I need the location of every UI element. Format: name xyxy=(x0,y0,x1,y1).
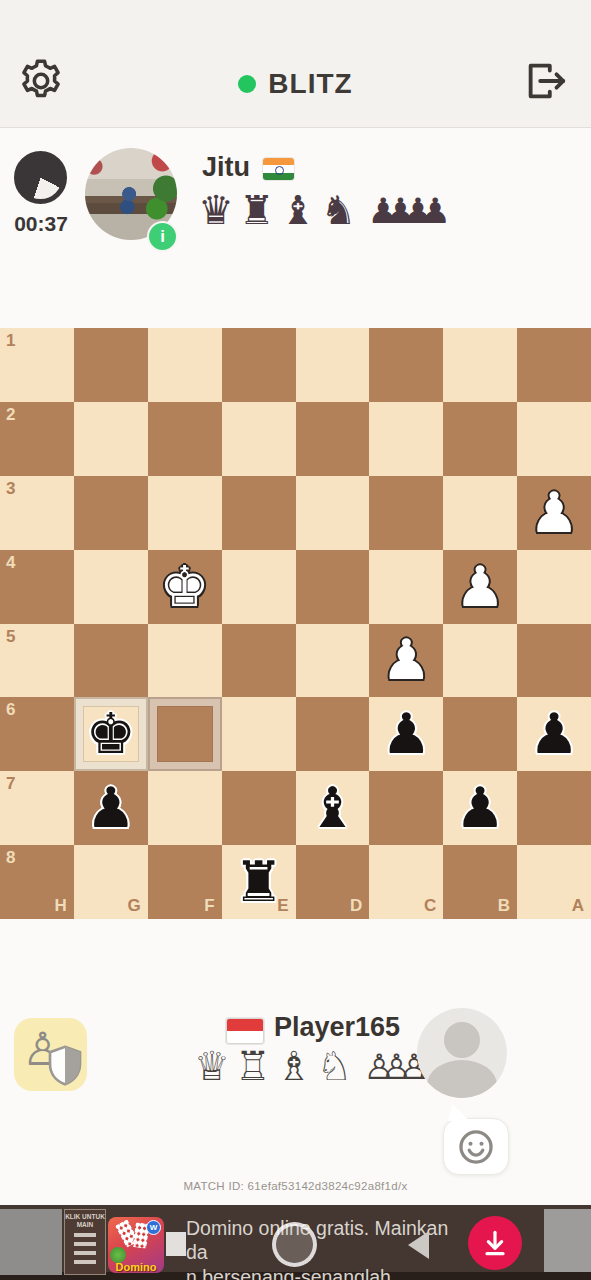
ad-play-triangle-icon[interactable] xyxy=(408,1231,429,1259)
piece-shield-badge[interactable]: ♙ xyxy=(14,1018,87,1091)
square-g5[interactable] xyxy=(74,624,148,698)
player-avatar-placeholder[interactable] xyxy=(417,1008,507,1098)
file-label-e: E xyxy=(277,896,288,916)
piece-wP-b4: ♟ xyxy=(455,559,505,615)
square-f1[interactable] xyxy=(148,328,222,402)
square-a2[interactable] xyxy=(517,402,591,476)
india-flag-icon xyxy=(263,158,294,180)
file-label-b: B xyxy=(498,896,510,916)
emoji-chat-button[interactable] xyxy=(443,1118,509,1175)
rank-label-2: 2 xyxy=(6,405,15,425)
captured-pawn-cluster: ♟♟♟♟ xyxy=(367,188,451,234)
rank-label-7: 7 xyxy=(6,774,15,794)
square-a7[interactable] xyxy=(517,771,591,845)
square-h4[interactable]: 4 xyxy=(0,550,74,624)
indonesia-flag-icon xyxy=(226,1018,264,1044)
square-b2[interactable] xyxy=(443,402,517,476)
piece-wP-a3: ♟ xyxy=(529,485,579,541)
ad-record-circle xyxy=(272,1222,317,1267)
bubble-tail xyxy=(448,1104,472,1121)
square-f2[interactable] xyxy=(148,402,222,476)
square-h2[interactable]: 2 xyxy=(0,402,74,476)
player-name: Player165 xyxy=(274,1012,400,1043)
square-g8[interactable]: G xyxy=(74,845,148,919)
square-f3[interactable] xyxy=(148,476,222,550)
ad-overlay-square xyxy=(166,1232,186,1256)
square-c7[interactable] xyxy=(369,771,443,845)
square-g6[interactable]: ♚ xyxy=(74,697,148,771)
square-b8[interactable]: B xyxy=(443,845,517,919)
square-b1[interactable] xyxy=(443,328,517,402)
square-h6[interactable]: 6 xyxy=(0,697,74,771)
square-h7[interactable]: 7 xyxy=(0,771,74,845)
captured-knight-icon: ♘ xyxy=(317,1042,353,1090)
square-a3[interactable]: ♟ xyxy=(517,476,591,550)
ad-app-name: Domino xyxy=(108,1261,164,1273)
square-e3[interactable] xyxy=(222,476,296,550)
square-d6[interactable] xyxy=(296,697,370,771)
square-d5[interactable] xyxy=(296,624,370,698)
square-d2[interactable] xyxy=(296,402,370,476)
player-clock-time: 00:37 xyxy=(2,212,80,236)
captured-bishop-icon: ♝ xyxy=(280,186,316,234)
square-d4[interactable] xyxy=(296,550,370,624)
file-label-h: H xyxy=(55,896,67,916)
square-g1[interactable] xyxy=(74,328,148,402)
square-c6[interactable]: ♟ xyxy=(369,697,443,771)
square-c4[interactable] xyxy=(369,550,443,624)
file-label-a: A xyxy=(572,896,584,916)
square-c2[interactable] xyxy=(369,402,443,476)
square-g4[interactable] xyxy=(74,550,148,624)
captured-rook-icon: ♜ xyxy=(239,186,275,234)
square-h8[interactable]: 8H xyxy=(0,845,74,919)
file-label-c: C xyxy=(424,896,436,916)
square-h3[interactable]: 3 xyxy=(0,476,74,550)
rank-label-1: 1 xyxy=(6,331,15,351)
square-b7[interactable]: ♟ xyxy=(443,771,517,845)
opponent-name: Jitu xyxy=(202,152,250,183)
square-c5[interactable]: ♟ xyxy=(369,624,443,698)
square-g3[interactable] xyxy=(74,476,148,550)
file-label-d: D xyxy=(350,896,362,916)
smiley-icon xyxy=(454,1125,498,1169)
exit-icon xyxy=(520,58,570,104)
square-e1[interactable] xyxy=(222,328,296,402)
square-a6[interactable]: ♟ xyxy=(517,697,591,771)
square-a8[interactable]: A xyxy=(517,845,591,919)
captured-queen-icon: ♕ xyxy=(194,1042,230,1090)
square-g7[interactable]: ♟ xyxy=(74,771,148,845)
ad-mini-banner[interactable]: KLIK UNTUK MAIN xyxy=(64,1209,106,1275)
piece-bR-e8: ♜ xyxy=(233,854,283,910)
piece-bP-a6: ♟ xyxy=(529,706,579,762)
captured-pawn-icon: ♟ xyxy=(420,188,451,234)
piece-bB-d7: ♝ xyxy=(307,780,357,836)
ad-download-button[interactable] xyxy=(468,1216,522,1270)
square-e4[interactable] xyxy=(222,550,296,624)
captured-knight-icon: ♞ xyxy=(321,186,357,234)
piece-wK-f4: ♚ xyxy=(160,559,210,615)
square-f4[interactable]: ♚ xyxy=(148,550,222,624)
square-h5[interactable]: 5 xyxy=(0,624,74,698)
square-b6[interactable] xyxy=(443,697,517,771)
ad-app-badge: W xyxy=(146,1220,161,1235)
square-d3[interactable] xyxy=(296,476,370,550)
square-e5[interactable] xyxy=(222,624,296,698)
captured-rook-icon: ♖ xyxy=(235,1042,271,1090)
rank-label-5: 5 xyxy=(6,627,15,647)
ad-letterbox-right xyxy=(544,1209,591,1272)
square-a4[interactable] xyxy=(517,550,591,624)
ad-letterbox-left xyxy=(0,1209,62,1275)
square-d1[interactable] xyxy=(296,328,370,402)
square-f6[interactable] xyxy=(148,697,222,771)
square-f5[interactable] xyxy=(148,624,222,698)
rank-label-6: 6 xyxy=(6,700,15,720)
player-clock-icon xyxy=(14,151,67,204)
captured-pieces-bottom: ♕♖♗♘♙♙♙♙ xyxy=(194,1042,447,1090)
online-status-dot xyxy=(238,75,256,93)
ad-app-icon[interactable]: W Domino xyxy=(108,1217,164,1273)
shield-icon xyxy=(45,1044,85,1088)
square-d8[interactable]: D xyxy=(296,845,370,919)
piece-bP-b7: ♟ xyxy=(455,780,505,836)
piece-bK-g6: ♚ xyxy=(86,706,136,762)
square-f7[interactable] xyxy=(148,771,222,845)
piece-bP-g7: ♟ xyxy=(86,780,136,836)
piece-bP-c6: ♟ xyxy=(381,706,431,762)
rank-label-3: 3 xyxy=(6,479,15,499)
square-a1[interactable] xyxy=(517,328,591,402)
square-g2[interactable] xyxy=(74,402,148,476)
captured-queen-icon: ♛ xyxy=(198,186,234,234)
opponent-info-badge[interactable]: i xyxy=(147,221,178,252)
square-b3[interactable] xyxy=(443,476,517,550)
ad-mini-dominoes xyxy=(74,1233,96,1267)
piece-wP-c5: ♟ xyxy=(381,632,431,688)
game-mode-label: BLITZ xyxy=(268,68,352,100)
square-b4[interactable]: ♟ xyxy=(443,550,517,624)
square-e8[interactable]: E♜ xyxy=(222,845,296,919)
square-e2[interactable] xyxy=(222,402,296,476)
chess-board: 123♟4♚♟5♟6♚♟♟7♟♝♟8HGFE♜DCBA xyxy=(0,328,591,919)
square-c1[interactable] xyxy=(369,328,443,402)
square-e6[interactable] xyxy=(222,697,296,771)
download-icon xyxy=(479,1227,511,1259)
captured-bishop-icon: ♗ xyxy=(276,1042,312,1090)
ad-mini-text: KLIK UNTUK MAIN xyxy=(65,1213,105,1229)
rank-label-4: 4 xyxy=(6,553,15,573)
rank-label-8: 8 xyxy=(6,848,15,868)
file-label-g: G xyxy=(128,896,141,916)
captured-pieces-top: ♛♜♝♞♟♟♟♟ xyxy=(198,186,451,234)
square-h1[interactable]: 1 xyxy=(0,328,74,402)
match-id-label: MATCH ID: 61efaf53142d3824c92a8f1d/x xyxy=(0,1180,591,1192)
square-f8[interactable]: F xyxy=(148,845,222,919)
game-mode-header: BLITZ xyxy=(0,64,591,104)
square-d7[interactable]: ♝ xyxy=(296,771,370,845)
square-a5[interactable] xyxy=(517,624,591,698)
exit-button[interactable] xyxy=(520,58,570,104)
square-c8[interactable]: C xyxy=(369,845,443,919)
square-c3[interactable] xyxy=(369,476,443,550)
square-e7[interactable] xyxy=(222,771,296,845)
square-b5[interactable] xyxy=(443,624,517,698)
ad-text-line2: n bersenang-senanglah. xyxy=(186,1265,456,1280)
file-label-f: F xyxy=(204,896,214,916)
